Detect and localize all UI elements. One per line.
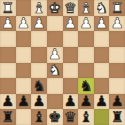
square-c7[interactable]: ♟ <box>78 94 94 110</box>
piece-white-pawn[interactable]: ♟ <box>17 16 30 31</box>
piece-white-rook[interactable]: ♜ <box>1 0 14 15</box>
piece-black-knight[interactable]: ♞ <box>33 78 46 93</box>
square-c5[interactable] <box>78 63 94 79</box>
square-g5[interactable] <box>16 63 32 79</box>
piece-white-pawn[interactable]: ♟ <box>95 16 108 31</box>
square-c2[interactable]: ♟ <box>78 16 94 32</box>
square-b2[interactable]: ♟ <box>94 16 110 32</box>
piece-white-bishop[interactable]: ♝ <box>79 0 92 15</box>
piece-black-pawn[interactable]: ♟ <box>1 94 14 109</box>
square-d2[interactable]: ♟ <box>63 16 79 32</box>
piece-black-pawn[interactable]: ♟ <box>95 94 108 109</box>
square-e4[interactable]: ♟ <box>47 47 63 63</box>
square-e1[interactable]: ♚ <box>47 0 63 16</box>
square-b8[interactable] <box>94 109 110 125</box>
square-d8[interactable]: ♛ <box>63 109 79 125</box>
square-h5[interactable] <box>0 63 16 79</box>
square-a7[interactable]: ♟ <box>109 94 125 110</box>
square-b6[interactable] <box>94 78 110 94</box>
square-a2[interactable]: ♟ <box>109 16 125 32</box>
piece-black-bishop[interactable]: ♝ <box>33 109 46 124</box>
piece-black-pawn[interactable]: ♟ <box>64 94 77 109</box>
piece-white-king[interactable]: ♚ <box>48 0 61 15</box>
piece-white-pawn[interactable]: ♟ <box>33 16 46 31</box>
square-f4[interactable] <box>31 47 47 63</box>
square-b3[interactable] <box>94 31 110 47</box>
square-d4[interactable] <box>63 47 79 63</box>
square-b1[interactable]: ♞ <box>94 0 110 16</box>
piece-white-bishop[interactable]: ♝ <box>33 0 46 15</box>
square-e6[interactable] <box>47 78 63 94</box>
square-h6[interactable] <box>0 78 16 94</box>
piece-black-pawn[interactable]: ♟ <box>111 94 124 109</box>
square-c8[interactable]: ♝ <box>78 109 94 125</box>
square-c4[interactable] <box>78 47 94 63</box>
piece-black-pawn[interactable]: ♟ <box>79 94 92 109</box>
piece-white-pawn[interactable]: ♟ <box>64 16 77 31</box>
square-f2[interactable]: ♟ <box>31 16 47 32</box>
square-a5[interactable] <box>109 63 125 79</box>
piece-black-king[interactable]: ♚ <box>48 109 61 124</box>
square-h1[interactable]: ♜ <box>0 0 16 16</box>
piece-white-knight[interactable]: ♞ <box>95 0 108 15</box>
square-g8[interactable] <box>16 109 32 125</box>
square-a1[interactable]: ♜ <box>109 0 125 16</box>
piece-white-queen[interactable]: ♛ <box>64 0 77 15</box>
piece-black-knight[interactable]: ♞ <box>79 78 92 93</box>
square-e5[interactable]: ♞ <box>47 63 63 79</box>
square-g2[interactable]: ♟ <box>16 16 32 32</box>
piece-white-knight[interactable]: ♞ <box>48 63 61 78</box>
square-f1[interactable]: ♝ <box>31 0 47 16</box>
piece-white-pawn[interactable]: ♟ <box>1 16 14 31</box>
square-g1[interactable] <box>16 0 32 16</box>
chess-board: ♜♝♚♛♝♞♜♟♟♟♟♟♟♟♟♞♞♞♟♟♟♟♟♟♟♜♝♚♛♝♜ <box>0 0 125 125</box>
square-d7[interactable]: ♟ <box>63 94 79 110</box>
square-f7[interactable]: ♟ <box>31 94 47 110</box>
square-c3[interactable] <box>78 31 94 47</box>
square-e3[interactable] <box>47 31 63 47</box>
piece-black-queen[interactable]: ♛ <box>64 109 77 124</box>
square-a8[interactable]: ♜ <box>109 109 125 125</box>
square-b7[interactable]: ♟ <box>94 94 110 110</box>
square-g3[interactable] <box>16 31 32 47</box>
square-h2[interactable]: ♟ <box>0 16 16 32</box>
square-h4[interactable] <box>0 47 16 63</box>
square-f6[interactable]: ♞ <box>31 78 47 94</box>
square-f8[interactable]: ♝ <box>31 109 47 125</box>
square-h8[interactable]: ♜ <box>0 109 16 125</box>
square-b4[interactable] <box>94 47 110 63</box>
square-h7[interactable]: ♟ <box>0 94 16 110</box>
square-h3[interactable] <box>0 31 16 47</box>
piece-white-rook[interactable]: ♜ <box>111 0 124 15</box>
piece-black-pawn[interactable]: ♟ <box>33 94 46 109</box>
square-c6[interactable]: ♞ <box>78 78 94 94</box>
square-g4[interactable] <box>16 47 32 63</box>
square-e7[interactable] <box>47 94 63 110</box>
square-b5[interactable] <box>94 63 110 79</box>
piece-white-pawn[interactable]: ♟ <box>111 16 124 31</box>
piece-white-pawn[interactable]: ♟ <box>48 47 61 62</box>
square-d1[interactable]: ♛ <box>63 0 79 16</box>
square-g6[interactable] <box>16 78 32 94</box>
square-f3[interactable] <box>31 31 47 47</box>
square-a4[interactable] <box>109 47 125 63</box>
square-d3[interactable] <box>63 31 79 47</box>
square-c1[interactable]: ♝ <box>78 0 94 16</box>
square-e8[interactable]: ♚ <box>47 109 63 125</box>
square-d5[interactable] <box>63 63 79 79</box>
square-e2[interactable] <box>47 16 63 32</box>
square-f5[interactable] <box>31 63 47 79</box>
square-d6[interactable] <box>63 78 79 94</box>
piece-white-pawn[interactable]: ♟ <box>79 16 92 31</box>
square-g7[interactable]: ♟ <box>16 94 32 110</box>
piece-black-bishop[interactable]: ♝ <box>79 109 92 124</box>
square-a3[interactable] <box>109 31 125 47</box>
square-a6[interactable] <box>109 78 125 94</box>
piece-black-pawn[interactable]: ♟ <box>17 94 30 109</box>
piece-black-rook[interactable]: ♜ <box>111 109 124 124</box>
piece-black-rook[interactable]: ♜ <box>1 109 14 124</box>
